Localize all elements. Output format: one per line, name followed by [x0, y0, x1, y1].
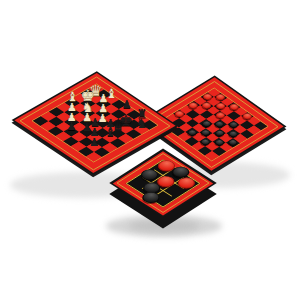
chess-piece-black-knight: ♞ — [133, 105, 149, 129]
checker-black — [213, 120, 226, 128]
checker-red — [187, 101, 200, 109]
checker-red — [201, 93, 214, 101]
checker-red — [200, 102, 213, 110]
chess-piece-black-pawn: ♟ — [63, 108, 79, 132]
chess-piece-black-bishop: ♝ — [102, 114, 118, 138]
checker-black — [226, 138, 239, 146]
checker-black — [186, 128, 199, 136]
box-checker-black — [139, 190, 163, 205]
checker-black — [227, 129, 240, 137]
checker-black — [227, 121, 240, 129]
checker-black — [200, 120, 213, 128]
chess-field: ♝♛♟♚♟♝♞♟♟♟♟♟♜♞♚♟♛♟♝♟♟♟♟ — [31, 84, 158, 163]
checker-red — [228, 103, 241, 111]
checker-red — [214, 111, 227, 119]
checker-red — [173, 110, 186, 118]
chess-pieces-layer: ♝♛♟♚♟♝♞♟♟♟♟♟♜♞♚♟♛♟♝♟♟♟♟ — [33, 84, 157, 161]
chess-piece-black-pawn: ♟ — [86, 123, 102, 147]
checker-black — [199, 138, 212, 146]
product-photo-scene: ♝♛♟♚♟♝♞♟♟♟♟♟♜♞♚♟♛♟♝♟♟♟♟ — [0, 0, 300, 300]
checker-black — [213, 138, 226, 146]
checker-red — [214, 93, 227, 101]
checker-black — [200, 129, 213, 137]
checker-red — [214, 102, 227, 110]
checker-black — [213, 129, 226, 137]
checker-red — [241, 112, 254, 120]
